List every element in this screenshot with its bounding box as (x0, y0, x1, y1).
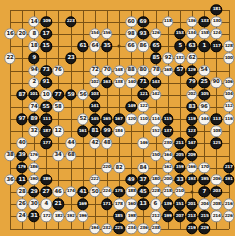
move-number-label: 217 (224, 166, 232, 170)
white-stone-40: 40 (16, 138, 27, 149)
black-stone-61: 61 (77, 41, 88, 52)
move-number-label: 132 (176, 56, 184, 60)
white-stone-124: 124 (211, 28, 222, 39)
move-number-label: 176 (30, 153, 38, 157)
move-number-label: 1 (202, 44, 205, 49)
black-stone-187: 187 (41, 126, 52, 137)
move-number-label: 23 (67, 56, 74, 61)
white-stone-54: 54 (198, 65, 209, 76)
move-number-label: 82 (116, 165, 123, 170)
white-stone-178: 178 (113, 198, 124, 209)
move-number-label: 14 (31, 19, 38, 24)
move-number-label: 76 (55, 68, 62, 73)
move-number-label: 218 (164, 190, 172, 194)
screenshot-frame: 1811410922360691181361331301620817154156… (0, 0, 239, 239)
black-stone-29: 29 (28, 186, 39, 197)
white-stone-38: 38 (4, 150, 15, 161)
white-stone-208: 208 (211, 198, 222, 209)
black-stone-143: 143 (150, 77, 161, 88)
move-number-label: 28 (18, 189, 25, 194)
move-number-label: 112 (224, 105, 232, 109)
white-stone-116: 116 (223, 113, 234, 124)
black-stone-189: 189 (41, 174, 52, 185)
move-number-label: 138 (115, 81, 123, 85)
move-number-label: 192 (67, 214, 75, 218)
move-number-label: 166 (188, 166, 196, 170)
white-stone-148: 148 (113, 65, 124, 76)
white-stone-176: 176 (28, 150, 39, 161)
move-number-label: 91 (43, 80, 50, 85)
move-number-label: 16 (6, 31, 13, 36)
move-number-label: 4 (45, 202, 48, 207)
white-stone-108: 108 (211, 126, 222, 137)
black-stone-115: 115 (162, 113, 173, 124)
move-number-label: 171 (103, 202, 111, 206)
white-stone-8: 8 (28, 28, 39, 39)
white-stone-60: 60 (126, 16, 137, 27)
move-number-label: 123 (188, 129, 196, 133)
black-stone-103: 103 (89, 89, 100, 100)
white-stone-140: 140 (126, 77, 137, 88)
move-number-label: 73 (43, 68, 50, 73)
white-stone-104: 104 (223, 89, 234, 100)
white-stone-114: 114 (150, 113, 161, 124)
move-number-label: 36 (6, 177, 13, 182)
white-stone-28: 28 (16, 186, 27, 197)
black-stone-201: 201 (186, 198, 197, 209)
black-stone-71: 71 (138, 77, 149, 88)
white-stone-162: 162 (162, 162, 173, 173)
move-number-label: 189 (42, 178, 50, 182)
move-number-label: 151 (176, 202, 184, 206)
black-stone-181: 181 (211, 4, 222, 15)
white-stone-228: 228 (150, 186, 161, 197)
black-stone-191: 191 (223, 174, 234, 185)
move-number-label: 134 (188, 32, 196, 36)
white-stone-80: 80 (138, 65, 149, 76)
black-stone-59: 59 (65, 89, 76, 100)
move-number-label: 120 (127, 117, 135, 121)
white-stone-184: 184 (113, 126, 124, 137)
white-stone-74: 74 (28, 101, 39, 112)
white-stone-82: 82 (113, 162, 124, 173)
move-number-label: 219 (188, 226, 196, 230)
white-stone-190: 190 (28, 174, 39, 185)
black-stone-35: 35 (101, 41, 112, 52)
white-stone-26: 26 (16, 198, 27, 209)
white-stone-220: 220 (101, 162, 112, 173)
move-number-label: 61 (79, 44, 86, 49)
move-number-label: 202 (188, 93, 196, 97)
white-stone-98: 98 (126, 28, 137, 39)
white-stone-16: 16 (4, 28, 15, 39)
move-number-label: 172 (42, 214, 50, 218)
black-stone-169: 169 (77, 198, 88, 209)
move-number-label: 98 (128, 31, 135, 36)
white-stone-156: 156 (101, 28, 112, 39)
move-number-label: 79 (189, 80, 196, 85)
white-stone-144: 144 (198, 113, 209, 124)
move-number-label: 201 (188, 202, 196, 206)
move-number-label: 71 (140, 80, 147, 85)
move-number-label: 44 (67, 141, 74, 146)
white-stone-230: 230 (162, 138, 173, 149)
move-number-label: 104 (224, 93, 232, 97)
white-stone-136: 136 (186, 16, 197, 27)
white-stone-64: 64 (89, 41, 100, 52)
move-number-label: 119 (188, 117, 196, 121)
move-number-label: 21 (55, 202, 62, 207)
move-number-label: 204 (200, 202, 208, 206)
white-stone-68: 68 (65, 150, 76, 161)
move-number-label: 8 (32, 31, 35, 36)
white-stone-106: 106 (223, 77, 234, 88)
move-number-label: 74 (31, 104, 38, 109)
black-stone-145: 145 (89, 113, 100, 124)
move-number-label: 6 (154, 202, 157, 207)
move-number-label: 211 (176, 141, 184, 145)
move-number-label: 81 (91, 129, 98, 134)
move-number-label: 45 (140, 189, 147, 194)
white-stone-12: 12 (53, 126, 64, 137)
move-number-label: 54 (201, 68, 208, 73)
white-stone-138: 138 (113, 77, 124, 88)
black-stone-101: 101 (28, 89, 39, 100)
black-stone-213: 213 (186, 211, 197, 222)
move-number-label: 125 (212, 141, 220, 145)
white-stone-238: 238 (150, 223, 161, 234)
white-stone-66: 66 (126, 41, 137, 52)
black-stone-211: 211 (174, 138, 185, 149)
move-number-label: 209 (188, 153, 196, 157)
white-stone-224: 224 (101, 186, 112, 197)
move-number-label: 193 (188, 178, 196, 182)
move-number-label: 80 (140, 68, 147, 73)
white-stone-172: 172 (41, 211, 52, 222)
white-stone-160: 160 (126, 198, 137, 209)
black-stone-49: 49 (126, 174, 137, 185)
move-number-label: 230 (164, 141, 172, 145)
move-number-label: 188 (127, 190, 135, 194)
move-number-label: 11 (18, 177, 25, 182)
move-number-label: 57 (176, 68, 183, 73)
move-number-label: 111 (42, 117, 50, 121)
white-stone-10: 10 (41, 89, 52, 100)
white-stone-118: 118 (162, 16, 173, 27)
move-number-label: 190 (30, 178, 38, 182)
white-stone-96: 96 (198, 101, 209, 112)
move-number-label: 200 (164, 178, 172, 182)
white-stone-84: 84 (138, 162, 149, 173)
move-number-label: 34 (55, 153, 62, 158)
black-stone-13: 13 (138, 198, 149, 209)
hoshi-point (191, 191, 194, 194)
move-number-label: 87 (18, 92, 25, 97)
move-number-label: 128 (224, 44, 232, 48)
move-number-label: 92 (164, 56, 171, 61)
black-stone-65: 65 (150, 41, 161, 52)
black-stone-185: 185 (113, 211, 124, 222)
black-stone-159: 159 (174, 162, 185, 173)
move-number-label: 177 (42, 141, 50, 145)
white-stone-94: 94 (28, 65, 39, 76)
move-number-label: 58 (55, 104, 62, 109)
move-number-label: 86 (140, 44, 147, 49)
white-stone-32: 32 (28, 126, 39, 137)
move-number-label: 140 (127, 81, 135, 85)
white-stone-6: 6 (150, 198, 161, 209)
white-stone-30: 30 (28, 198, 39, 209)
move-number-label: 25 (201, 80, 208, 85)
move-number-label: 121 (139, 93, 147, 97)
white-stone-204: 204 (198, 198, 209, 209)
move-number-label: 195 (200, 178, 208, 182)
move-number-label: 101 (30, 93, 38, 97)
move-number-label: 213 (188, 214, 196, 218)
white-stone-234: 234 (126, 223, 137, 234)
move-number-label: 126 (152, 32, 160, 36)
white-stone-70: 70 (101, 65, 112, 76)
move-number-label: 10 (43, 92, 50, 97)
move-number-label: 50 (91, 189, 98, 194)
white-stone-44: 44 (65, 138, 76, 149)
black-stone-215: 215 (198, 211, 209, 222)
move-number-label: 42 (91, 141, 98, 146)
white-stone-210: 210 (174, 186, 185, 197)
move-number-label: 124 (212, 32, 220, 36)
white-stone-122: 122 (138, 101, 149, 112)
move-number-label: 32 (31, 129, 38, 134)
black-stone-11: 11 (16, 174, 27, 185)
move-number-label: 66 (128, 44, 135, 49)
black-stone-99: 99 (101, 126, 112, 137)
black-stone-147: 147 (186, 138, 197, 149)
move-number-label: 220 (103, 166, 111, 170)
move-number-label: 35 (104, 44, 111, 49)
black-stone-175: 175 (113, 186, 124, 197)
black-stone-31: 31 (28, 211, 39, 222)
black-stone-151: 151 (174, 198, 185, 209)
white-stone-142: 142 (150, 89, 161, 100)
move-number-label: 88 (128, 68, 135, 73)
black-stone-27: 27 (41, 186, 52, 197)
white-stone-174: 174 (65, 186, 76, 197)
move-number-label: 184 (115, 129, 123, 133)
black-stone-41: 41 (77, 186, 88, 197)
move-number-label: 97 (18, 116, 25, 121)
white-stone-58: 58 (53, 101, 64, 112)
move-number-label: 13 (140, 202, 147, 207)
move-number-label: 90 (213, 80, 220, 85)
white-stone-130: 130 (211, 16, 222, 27)
black-stone-195: 195 (198, 174, 209, 185)
move-number-label: 115 (164, 117, 172, 121)
move-number-label: 78 (152, 68, 159, 73)
move-number-label: 48 (104, 141, 111, 146)
white-stone-202: 202 (186, 89, 197, 100)
white-stone-196: 196 (77, 211, 88, 222)
white-stone-14: 14 (28, 16, 39, 27)
black-stone-137: 137 (162, 126, 173, 137)
move-number-label: 153 (176, 32, 184, 36)
white-stone-188: 188 (126, 186, 137, 197)
white-stone-166: 166 (186, 162, 197, 173)
white-stone-2: 2 (28, 77, 39, 88)
black-stone-81: 81 (89, 126, 100, 137)
move-number-label: 20 (18, 31, 25, 36)
go-board[interactable]: 1811410922360691181361331301620817154156… (0, 0, 235, 236)
move-number-label: 37 (140, 177, 147, 182)
move-number-label: 116 (224, 117, 232, 121)
move-number-label: 159 (176, 166, 184, 170)
white-stone-92: 92 (162, 53, 173, 64)
move-number-label: 141 (91, 105, 99, 109)
move-number-label: 185 (115, 214, 123, 218)
white-stone-110: 110 (138, 113, 149, 124)
move-number-label: 191 (224, 178, 232, 182)
move-number-label: 199 (164, 214, 172, 218)
white-stone-78: 78 (150, 65, 161, 76)
white-stone-72: 72 (89, 65, 100, 76)
white-stone-48: 48 (101, 138, 112, 149)
move-number-label: 210 (176, 190, 184, 194)
black-stone-177: 177 (41, 138, 52, 149)
move-number-label: 72 (91, 68, 98, 73)
white-stone-168: 168 (162, 65, 173, 76)
move-number-label: 208 (212, 202, 220, 206)
move-number-label: 198 (127, 214, 135, 218)
white-stone-198: 198 (126, 211, 137, 222)
black-stone-83: 83 (186, 101, 197, 112)
black-stone-37: 37 (138, 174, 149, 185)
white-stone-20: 20 (16, 28, 27, 39)
move-number-label: 103 (91, 93, 99, 97)
move-number-label: 142 (152, 93, 160, 97)
move-number-label: 122 (139, 105, 147, 109)
move-number-label: 84 (140, 165, 147, 170)
black-stone-87: 87 (16, 89, 27, 100)
black-stone-7: 7 (198, 186, 209, 197)
move-number-label: 55 (43, 104, 50, 109)
move-number-label: 174 (67, 190, 75, 194)
move-number-label: 83 (189, 104, 196, 109)
white-stone-218: 218 (162, 186, 173, 197)
white-stone-46: 46 (53, 186, 64, 197)
white-stone-76: 76 (53, 65, 64, 76)
move-number-label: 158 (200, 32, 208, 36)
white-stone-226: 226 (223, 211, 234, 222)
move-number-label: 130 (212, 20, 220, 24)
move-number-label: 149 (127, 105, 135, 109)
black-stone-119: 119 (186, 113, 197, 124)
black-stone-165: 165 (101, 113, 112, 124)
black-stone-9: 9 (28, 53, 39, 64)
move-number-label: 137 (164, 129, 172, 133)
move-number-label: 187 (42, 129, 50, 133)
move-number-label: 150 (152, 153, 160, 157)
move-number-label: 179 (18, 166, 26, 170)
move-number-label: 228 (152, 190, 160, 194)
black-stone-33: 33 (174, 174, 185, 185)
move-number-label: 146 (139, 141, 147, 145)
white-stone-4: 4 (41, 198, 52, 209)
move-number-label: 180 (152, 178, 160, 182)
move-number-label: 29 (31, 189, 38, 194)
move-number-label: 170 (200, 166, 208, 170)
white-stone-206: 206 (211, 174, 222, 185)
white-stone-22: 22 (4, 53, 15, 64)
move-number-label: 85 (152, 56, 159, 61)
black-stone-1: 1 (198, 41, 209, 52)
black-stone-89: 89 (28, 113, 39, 124)
black-stone-111: 111 (41, 113, 52, 124)
black-stone-113: 113 (211, 113, 222, 124)
black-stone-121: 121 (138, 89, 149, 100)
white-stone-212: 212 (150, 211, 161, 222)
move-number-label: 113 (212, 117, 220, 121)
move-number-label: 136 (188, 20, 196, 24)
white-stone-42: 42 (89, 138, 100, 149)
white-stone-182: 182 (53, 211, 64, 222)
move-number-label: 2 (32, 80, 35, 85)
move-number-label: 30 (31, 202, 38, 207)
white-stone-18: 18 (28, 41, 39, 52)
move-number-label: 109 (42, 20, 50, 24)
move-number-label: 181 (212, 8, 220, 12)
black-stone-77: 77 (53, 89, 64, 100)
black-stone-229: 229 (198, 223, 209, 234)
move-number-label: 186 (30, 166, 38, 170)
move-number-label: 70 (104, 68, 111, 73)
move-number-label: 89 (31, 116, 38, 121)
black-stone-21: 21 (53, 198, 64, 209)
move-number-label: 147 (188, 141, 196, 145)
move-number-label: 178 (115, 202, 123, 206)
move-number-label: 164 (164, 153, 172, 157)
black-stone-117: 117 (211, 41, 222, 52)
black-stone-23: 23 (65, 53, 76, 64)
move-number-label: 226 (224, 214, 232, 218)
move-number-label: 99 (104, 129, 111, 134)
white-stone-102: 102 (89, 77, 100, 88)
white-stone-126: 126 (150, 28, 161, 39)
black-stone-25: 25 (198, 77, 209, 88)
move-number-label: 77 (55, 92, 62, 97)
white-stone-120: 120 (126, 113, 137, 124)
move-number-label: 225 (115, 226, 123, 230)
move-number-label: 49 (128, 177, 135, 182)
white-stone-36: 36 (4, 174, 15, 185)
move-number-label: 167 (115, 117, 123, 121)
black-stone-97: 97 (16, 113, 27, 124)
move-number-label: 64 (91, 44, 98, 49)
white-stone-186: 186 (28, 162, 39, 173)
white-stone-164: 164 (162, 150, 173, 161)
black-stone-153: 153 (174, 28, 185, 39)
white-stone-158: 158 (198, 28, 209, 39)
black-stone-193: 193 (186, 174, 197, 185)
white-stone-100: 100 (223, 53, 234, 64)
move-number-label: 118 (164, 20, 172, 24)
black-stone-205: 205 (174, 150, 185, 161)
black-stone-63: 63 (186, 41, 197, 52)
white-stone-128: 128 (223, 41, 234, 52)
black-stone-163: 163 (101, 77, 112, 88)
move-number-label: 234 (127, 226, 135, 230)
move-number-label: 175 (115, 190, 123, 194)
black-stone-219: 219 (186, 223, 197, 234)
hoshi-point (118, 45, 121, 48)
